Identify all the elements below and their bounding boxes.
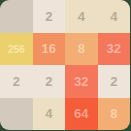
tile-2: 2 (0, 65, 33, 98)
board-2048[interactable]: 24425616832223224648 (0, 0, 130, 130)
tile-4: 4 (65, 0, 98, 33)
tile-4: 4 (98, 0, 131, 33)
tile-32: 32 (65, 65, 98, 98)
tile-64: 64 (65, 98, 98, 131)
tile-2: 2 (33, 0, 66, 33)
empty-cell (0, 0, 33, 33)
tile-2: 2 (98, 65, 131, 98)
tile-8: 8 (98, 98, 131, 131)
tile-16: 16 (33, 33, 66, 66)
tile-4: 4 (33, 98, 66, 131)
tile-2: 2 (33, 65, 66, 98)
empty-cell (0, 98, 33, 131)
tile-8: 8 (65, 33, 98, 66)
tile-256: 256 (0, 33, 33, 66)
tile-32: 32 (98, 33, 131, 66)
